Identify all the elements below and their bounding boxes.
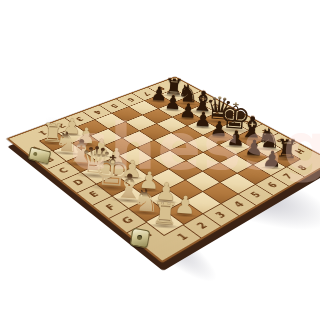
brass-clasp-front (130, 228, 151, 249)
white-rook-h1: ♜ (150, 199, 178, 230)
black-pawn-f7: ♟ (226, 127, 246, 149)
product-photo-scene: ABCDEFGH ABCDEFGH 87654321 87654321 ches… (0, 0, 320, 320)
black-pawn-g7: ♟ (244, 137, 264, 159)
black-pawn-h7: ♟ (262, 147, 283, 170)
